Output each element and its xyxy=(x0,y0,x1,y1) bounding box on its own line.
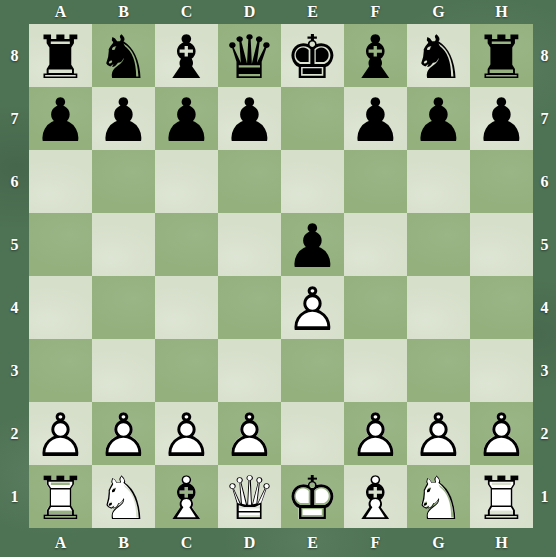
square-a4[interactable] xyxy=(29,276,92,339)
square-b2[interactable]: ♟♙ xyxy=(92,402,155,465)
piece-outline: ♖ xyxy=(475,468,529,528)
rank-right-label-4: 4 xyxy=(541,300,549,316)
square-d4[interactable] xyxy=(218,276,281,339)
rank-left-label-5: 5 xyxy=(11,237,19,253)
square-c8[interactable]: ♝ xyxy=(155,24,218,87)
square-e1[interactable]: ♚♔ xyxy=(281,465,344,528)
square-d3[interactable] xyxy=(218,339,281,402)
piece-outline: ♙ xyxy=(349,405,403,465)
square-g1[interactable]: ♞♘ xyxy=(407,465,470,528)
rank-left-label-6: 6 xyxy=(11,174,19,190)
piece-fill: ♝ xyxy=(160,27,214,87)
square-b5[interactable] xyxy=(92,213,155,276)
white-pawn[interactable]: ♟♙ xyxy=(155,402,218,465)
file-bottom-label-b: B xyxy=(118,535,129,551)
square-d7[interactable]: ♟ xyxy=(218,87,281,150)
square-d1[interactable]: ♛♕ xyxy=(218,465,281,528)
piece-outline: ♖ xyxy=(34,468,88,528)
white-pawn[interactable]: ♟♙ xyxy=(29,402,92,465)
square-c6[interactable] xyxy=(155,150,218,213)
square-f3[interactable] xyxy=(344,339,407,402)
piece-fill: ♞ xyxy=(412,27,466,87)
white-bishop[interactable]: ♝♗ xyxy=(155,465,218,528)
black-bishop[interactable]: ♝ xyxy=(155,24,218,87)
file-labels-top: ABCDEFGH xyxy=(29,0,533,24)
black-rook[interactable]: ♜ xyxy=(29,24,92,87)
square-b8[interactable]: ♞ xyxy=(92,24,155,87)
black-queen[interactable]: ♛ xyxy=(218,24,281,87)
square-h4[interactable] xyxy=(470,276,533,339)
square-e8[interactable]: ♚ xyxy=(281,24,344,87)
piece-outline: ♗ xyxy=(349,468,403,528)
square-e5[interactable]: ♟ xyxy=(281,213,344,276)
piece-outline: ♘ xyxy=(97,468,151,528)
file-top-label-a: A xyxy=(55,4,67,20)
black-pawn[interactable]: ♟ xyxy=(344,87,407,150)
file-bottom-label-a: A xyxy=(55,535,67,551)
square-c2[interactable]: ♟♙ xyxy=(155,402,218,465)
black-pawn[interactable]: ♟ xyxy=(281,213,344,276)
square-a7[interactable]: ♟ xyxy=(29,87,92,150)
file-top-label-c: C xyxy=(181,4,193,20)
square-a6[interactable] xyxy=(29,150,92,213)
rank-labels-right: 87654321 xyxy=(533,24,556,528)
rank-left-label-8: 8 xyxy=(11,48,19,64)
square-b7[interactable]: ♟ xyxy=(92,87,155,150)
square-b1[interactable]: ♞♘ xyxy=(92,465,155,528)
piece-fill: ♚ xyxy=(286,27,340,87)
square-f7[interactable]: ♟ xyxy=(344,87,407,150)
square-g8[interactable]: ♞ xyxy=(407,24,470,87)
piece-fill: ♟ xyxy=(97,90,151,150)
black-rook[interactable]: ♜ xyxy=(470,24,533,87)
piece-fill: ♞ xyxy=(97,27,151,87)
square-h1[interactable]: ♜♖ xyxy=(470,465,533,528)
square-f4[interactable] xyxy=(344,276,407,339)
square-e6[interactable] xyxy=(281,150,344,213)
white-rook[interactable]: ♜♖ xyxy=(470,465,533,528)
square-c1[interactable]: ♝♗ xyxy=(155,465,218,528)
square-a1[interactable]: ♜♖ xyxy=(29,465,92,528)
black-pawn[interactable]: ♟ xyxy=(470,87,533,150)
square-c7[interactable]: ♟ xyxy=(155,87,218,150)
black-pawn[interactable]: ♟ xyxy=(29,87,92,150)
square-d5[interactable] xyxy=(218,213,281,276)
black-pawn[interactable]: ♟ xyxy=(155,87,218,150)
piece-fill: ♟ xyxy=(349,90,403,150)
square-a2[interactable]: ♟♙ xyxy=(29,402,92,465)
piece-outline: ♙ xyxy=(34,405,88,465)
square-f5[interactable] xyxy=(344,213,407,276)
file-top-label-e: E xyxy=(307,4,318,20)
piece-fill: ♜ xyxy=(475,27,529,87)
file-bottom-label-e: E xyxy=(307,535,318,551)
file-bottom-label-g: G xyxy=(432,535,444,551)
square-b4[interactable] xyxy=(92,276,155,339)
square-e7[interactable] xyxy=(281,87,344,150)
chess-board: ♜♞♝♛♚♝♞♜♟♟♟♟♟♟♟♟♟♙♟♙♟♙♟♙♟♙♟♙♟♙♟♙♜♖♞♘♝♗♛♕… xyxy=(29,24,533,528)
piece-fill: ♟ xyxy=(223,90,277,150)
rank-right-label-5: 5 xyxy=(541,237,549,253)
rank-right-label-1: 1 xyxy=(541,489,549,505)
piece-fill: ♜ xyxy=(34,27,88,87)
file-top-label-b: B xyxy=(118,4,129,20)
square-g3[interactable] xyxy=(407,339,470,402)
square-a5[interactable] xyxy=(29,213,92,276)
piece-fill: ♟ xyxy=(160,90,214,150)
square-f6[interactable] xyxy=(344,150,407,213)
piece-outline: ♔ xyxy=(286,468,340,528)
file-top-label-h: H xyxy=(495,4,507,20)
square-a3[interactable] xyxy=(29,339,92,402)
piece-outline: ♗ xyxy=(160,468,214,528)
white-rook[interactable]: ♜♖ xyxy=(29,465,92,528)
file-bottom-label-h: H xyxy=(495,535,507,551)
square-h2[interactable]: ♟♙ xyxy=(470,402,533,465)
rank-right-label-2: 2 xyxy=(541,426,549,442)
white-pawn[interactable]: ♟♙ xyxy=(407,402,470,465)
square-h3[interactable] xyxy=(470,339,533,402)
square-h8[interactable]: ♜ xyxy=(470,24,533,87)
piece-fill: ♟ xyxy=(412,90,466,150)
white-pawn[interactable]: ♟♙ xyxy=(344,402,407,465)
square-h6[interactable] xyxy=(470,150,533,213)
black-knight[interactable]: ♞ xyxy=(92,24,155,87)
square-g2[interactable]: ♟♙ xyxy=(407,402,470,465)
black-bishop[interactable]: ♝ xyxy=(344,24,407,87)
white-knight[interactable]: ♞♘ xyxy=(407,465,470,528)
rank-right-label-7: 7 xyxy=(541,111,549,127)
white-pawn[interactable]: ♟♙ xyxy=(470,402,533,465)
file-top-label-f: F xyxy=(371,4,381,20)
square-h5[interactable] xyxy=(470,213,533,276)
rank-right-label-6: 6 xyxy=(541,174,549,190)
white-knight[interactable]: ♞♘ xyxy=(92,465,155,528)
piece-outline: ♙ xyxy=(286,279,340,339)
white-pawn[interactable]: ♟♙ xyxy=(281,276,344,339)
piece-outline: ♙ xyxy=(97,405,151,465)
black-knight[interactable]: ♞ xyxy=(407,24,470,87)
black-pawn[interactable]: ♟ xyxy=(92,87,155,150)
black-king[interactable]: ♚ xyxy=(281,24,344,87)
square-g5[interactable] xyxy=(407,213,470,276)
square-e4[interactable]: ♟♙ xyxy=(281,276,344,339)
white-king[interactable]: ♚♔ xyxy=(281,465,344,528)
piece-outline: ♙ xyxy=(160,405,214,465)
piece-fill: ♝ xyxy=(349,27,403,87)
black-pawn[interactable]: ♟ xyxy=(407,87,470,150)
square-b6[interactable] xyxy=(92,150,155,213)
square-c4[interactable] xyxy=(155,276,218,339)
square-g6[interactable] xyxy=(407,150,470,213)
square-c5[interactable] xyxy=(155,213,218,276)
file-top-label-d: D xyxy=(244,4,256,20)
white-bishop[interactable]: ♝♗ xyxy=(344,465,407,528)
piece-fill: ♛ xyxy=(223,27,277,87)
piece-fill: ♟ xyxy=(34,90,88,150)
rank-left-label-2: 2 xyxy=(11,426,19,442)
square-c3[interactable] xyxy=(155,339,218,402)
rank-left-label-7: 7 xyxy=(11,111,19,127)
rank-left-label-3: 3 xyxy=(11,363,19,379)
piece-outline: ♕ xyxy=(223,468,277,528)
rank-left-label-4: 4 xyxy=(11,300,19,316)
white-pawn[interactable]: ♟♙ xyxy=(218,402,281,465)
piece-outline: ♙ xyxy=(412,405,466,465)
file-bottom-label-f: F xyxy=(371,535,381,551)
piece-outline: ♙ xyxy=(223,405,277,465)
square-d6[interactable] xyxy=(218,150,281,213)
rank-labels-left: 87654321 xyxy=(0,24,29,528)
square-d8[interactable]: ♛ xyxy=(218,24,281,87)
black-pawn[interactable]: ♟ xyxy=(218,87,281,150)
rank-left-label-1: 1 xyxy=(11,489,19,505)
square-a8[interactable]: ♜ xyxy=(29,24,92,87)
white-pawn[interactable]: ♟♙ xyxy=(92,402,155,465)
chess-board-frame: ABCDEFGH ABCDEFGH 87654321 87654321 ♜♞♝♛… xyxy=(0,0,556,557)
square-e3[interactable] xyxy=(281,339,344,402)
piece-fill: ♟ xyxy=(475,90,529,150)
square-f2[interactable]: ♟♙ xyxy=(344,402,407,465)
white-queen[interactable]: ♛♕ xyxy=(218,465,281,528)
square-e2[interactable] xyxy=(281,402,344,465)
piece-fill: ♟ xyxy=(286,216,340,276)
square-h7[interactable]: ♟ xyxy=(470,87,533,150)
rank-right-label-3: 3 xyxy=(541,363,549,379)
piece-outline: ♙ xyxy=(475,405,529,465)
file-bottom-label-c: C xyxy=(181,535,193,551)
square-g7[interactable]: ♟ xyxy=(407,87,470,150)
piece-outline: ♘ xyxy=(412,468,466,528)
file-bottom-label-d: D xyxy=(244,535,256,551)
square-b3[interactable] xyxy=(92,339,155,402)
square-d2[interactable]: ♟♙ xyxy=(218,402,281,465)
rank-right-label-8: 8 xyxy=(541,48,549,64)
square-f8[interactable]: ♝ xyxy=(344,24,407,87)
file-top-label-g: G xyxy=(432,4,444,20)
square-f1[interactable]: ♝♗ xyxy=(344,465,407,528)
square-g4[interactable] xyxy=(407,276,470,339)
